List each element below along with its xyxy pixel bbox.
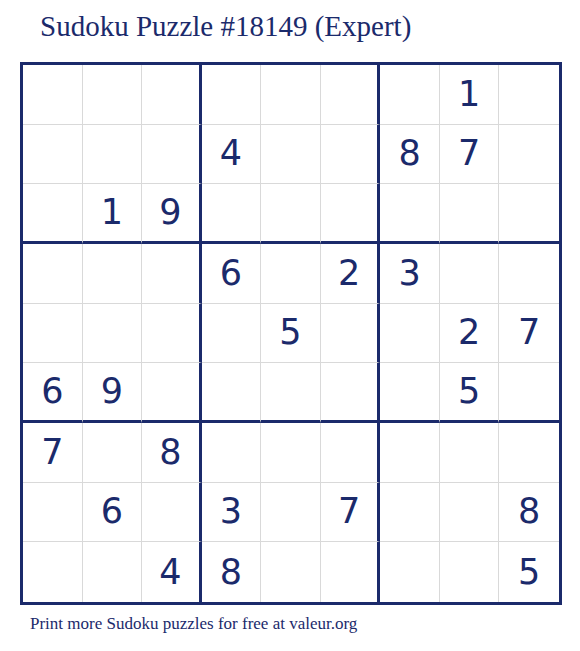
cell-r1c9[interactable] — [499, 65, 559, 125]
cell-r1c4[interactable] — [202, 65, 262, 125]
cell-r2c6[interactable] — [321, 125, 381, 185]
cell-r5c5[interactable]: 5 — [261, 304, 321, 364]
cell-r6c6[interactable] — [321, 363, 381, 423]
cell-r3c2[interactable]: 1 — [83, 184, 143, 244]
footer-credit: Print more Sudoku puzzles for free at va… — [30, 614, 357, 634]
cell-r4c3[interactable] — [142, 244, 202, 304]
cell-r6c5[interactable] — [261, 363, 321, 423]
cell-r6c7[interactable] — [380, 363, 440, 423]
cell-r2c9[interactable] — [499, 125, 559, 185]
cell-r6c4[interactable] — [202, 363, 262, 423]
cell-r5c6[interactable] — [321, 304, 381, 364]
cell-r8c4[interactable]: 3 — [202, 483, 262, 543]
cell-r9c7[interactable] — [380, 542, 440, 602]
puzzle-title: Sudoku Puzzle #18149 (Expert) — [40, 10, 411, 43]
cell-r8c1[interactable] — [23, 483, 83, 543]
cell-r6c8[interactable]: 5 — [440, 363, 500, 423]
cell-r6c2[interactable]: 9 — [83, 363, 143, 423]
cell-r2c4[interactable]: 4 — [202, 125, 262, 185]
cell-r3c3[interactable]: 9 — [142, 184, 202, 244]
cell-r2c5[interactable] — [261, 125, 321, 185]
cell-r7c9[interactable] — [499, 423, 559, 483]
cell-r4c9[interactable] — [499, 244, 559, 304]
cell-r5c7[interactable] — [380, 304, 440, 364]
cell-r2c1[interactable] — [23, 125, 83, 185]
cell-r6c9[interactable] — [499, 363, 559, 423]
cell-r5c2[interactable] — [83, 304, 143, 364]
cell-r7c5[interactable] — [261, 423, 321, 483]
cell-r1c1[interactable] — [23, 65, 83, 125]
cell-r7c6[interactable] — [321, 423, 381, 483]
cell-r5c3[interactable] — [142, 304, 202, 364]
cell-r8c7[interactable] — [380, 483, 440, 543]
cell-r7c2[interactable] — [83, 423, 143, 483]
sudoku-board: 148719623527695786378485 — [20, 62, 562, 605]
cell-r1c8[interactable]: 1 — [440, 65, 500, 125]
cell-r3c4[interactable] — [202, 184, 262, 244]
cell-r7c1[interactable]: 7 — [23, 423, 83, 483]
cell-r4c4[interactable]: 6 — [202, 244, 262, 304]
cell-r7c7[interactable] — [380, 423, 440, 483]
cell-r9c8[interactable] — [440, 542, 500, 602]
cell-r8c8[interactable] — [440, 483, 500, 543]
cell-r3c1[interactable] — [23, 184, 83, 244]
cell-r9c1[interactable] — [23, 542, 83, 602]
cell-r3c9[interactable] — [499, 184, 559, 244]
cell-r2c2[interactable] — [83, 125, 143, 185]
cell-r1c2[interactable] — [83, 65, 143, 125]
cell-r5c1[interactable] — [23, 304, 83, 364]
cell-r2c3[interactable] — [142, 125, 202, 185]
cell-r8c5[interactable] — [261, 483, 321, 543]
cell-r1c3[interactable] — [142, 65, 202, 125]
cell-r5c9[interactable]: 7 — [499, 304, 559, 364]
cell-r7c3[interactable]: 8 — [142, 423, 202, 483]
cell-r9c6[interactable] — [321, 542, 381, 602]
cell-r7c8[interactable] — [440, 423, 500, 483]
cell-r5c8[interactable]: 2 — [440, 304, 500, 364]
cell-r1c7[interactable] — [380, 65, 440, 125]
cell-r3c7[interactable] — [380, 184, 440, 244]
cell-r8c3[interactable] — [142, 483, 202, 543]
cell-r5c4[interactable] — [202, 304, 262, 364]
cell-r2c7[interactable]: 8 — [380, 125, 440, 185]
cell-r1c5[interactable] — [261, 65, 321, 125]
cell-r8c9[interactable]: 8 — [499, 483, 559, 543]
cell-r8c2[interactable]: 6 — [83, 483, 143, 543]
cell-r3c6[interactable] — [321, 184, 381, 244]
cell-r4c8[interactable] — [440, 244, 500, 304]
cell-r9c5[interactable] — [261, 542, 321, 602]
cell-r9c9[interactable]: 5 — [499, 542, 559, 602]
cell-r8c6[interactable]: 7 — [321, 483, 381, 543]
cell-r9c2[interactable] — [83, 542, 143, 602]
cell-r4c1[interactable] — [23, 244, 83, 304]
cell-r4c6[interactable]: 2 — [321, 244, 381, 304]
cell-r4c2[interactable] — [83, 244, 143, 304]
cell-r2c8[interactable]: 7 — [440, 125, 500, 185]
cell-r9c3[interactable]: 4 — [142, 542, 202, 602]
cell-r3c5[interactable] — [261, 184, 321, 244]
cell-r6c1[interactable]: 6 — [23, 363, 83, 423]
cell-r4c5[interactable] — [261, 244, 321, 304]
cell-r3c8[interactable] — [440, 184, 500, 244]
cell-r7c4[interactable] — [202, 423, 262, 483]
cell-r6c3[interactable] — [142, 363, 202, 423]
cell-r9c4[interactable]: 8 — [202, 542, 262, 602]
cell-r1c6[interactable] — [321, 65, 381, 125]
cell-r4c7[interactable]: 3 — [380, 244, 440, 304]
